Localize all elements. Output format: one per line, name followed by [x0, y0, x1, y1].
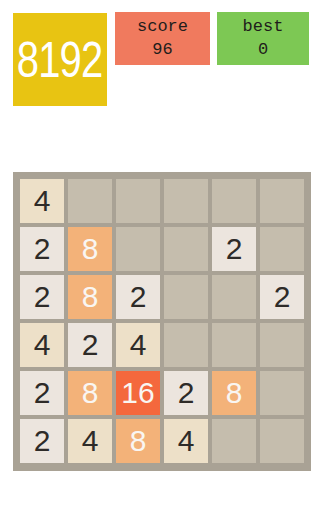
app-screen: 8192 score 96 best 0 4282282242428162824… [0, 0, 325, 512]
tile-4-r6c2: 4 [68, 419, 112, 463]
tile-8-r2c2: 8 [68, 227, 112, 271]
tile-8-r5c2: 8 [68, 371, 112, 415]
tile-4-r1c1: 4 [20, 179, 64, 223]
empty-cell-r4c6 [260, 323, 304, 367]
tile-2-r2c5: 2 [212, 227, 256, 271]
empty-cell-r2c4 [164, 227, 208, 271]
title-tile: 8192 [13, 13, 107, 106]
tile-16-r5c3: 16 [116, 371, 160, 415]
tile-2-r2c1: 2 [20, 227, 64, 271]
empty-cell-r4c5 [212, 323, 256, 367]
tile-2-r3c3: 2 [116, 275, 160, 319]
score-value: 96 [115, 38, 210, 61]
tile-2-r5c4: 2 [164, 371, 208, 415]
best-label: best [217, 15, 309, 38]
tile-2-r4c2: 2 [68, 323, 112, 367]
tile-2-r6c1: 2 [20, 419, 64, 463]
score-label: score [115, 15, 210, 38]
empty-cell-r1c6 [260, 179, 304, 223]
tile-2-r5c1: 2 [20, 371, 64, 415]
tile-4-r4c3: 4 [116, 323, 160, 367]
tile-2-r3c1: 2 [20, 275, 64, 319]
tile-8-r5c5: 8 [212, 371, 256, 415]
empty-cell-r5c6 [260, 371, 304, 415]
tile-4-r4c1: 4 [20, 323, 64, 367]
best-value: 0 [217, 38, 309, 61]
empty-cell-r1c5 [212, 179, 256, 223]
empty-cell-r6c5 [212, 419, 256, 463]
tile-8-r6c3: 8 [116, 419, 160, 463]
empty-cell-r6c6 [260, 419, 304, 463]
title-tile-value: 8192 [17, 31, 103, 89]
empty-cell-r2c6 [260, 227, 304, 271]
empty-cell-r4c4 [164, 323, 208, 367]
tile-2-r3c6: 2 [260, 275, 304, 319]
empty-cell-r1c2 [68, 179, 112, 223]
empty-cell-r3c5 [212, 275, 256, 319]
empty-cell-r2c3 [116, 227, 160, 271]
score-box: score 96 [115, 12, 210, 65]
tile-8-r3c2: 8 [68, 275, 112, 319]
best-box: best 0 [217, 12, 309, 65]
empty-cell-r1c4 [164, 179, 208, 223]
tile-4-r6c4: 4 [164, 419, 208, 463]
empty-cell-r1c3 [116, 179, 160, 223]
game-board[interactable]: 428228224242816282484 [13, 172, 311, 471]
empty-cell-r3c4 [164, 275, 208, 319]
